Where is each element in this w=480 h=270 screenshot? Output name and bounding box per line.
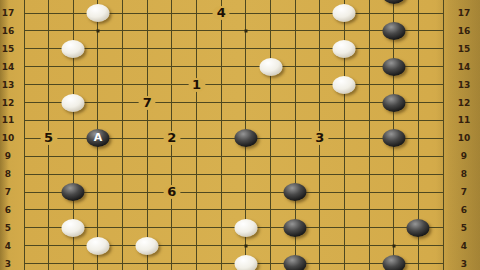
row-label-left: 11 bbox=[0, 115, 16, 125]
row-label-right: 4 bbox=[452, 241, 476, 251]
row-label-right: 17 bbox=[452, 8, 476, 18]
row-label-left: 7 bbox=[0, 187, 16, 197]
row-label-left: 10 bbox=[0, 133, 16, 143]
row-label-left: 6 bbox=[0, 205, 16, 215]
row-label-left: 14 bbox=[0, 62, 16, 72]
row-label-left: 12 bbox=[0, 98, 16, 108]
row-label-left: 17 bbox=[0, 8, 16, 18]
row-label-right: 13 bbox=[452, 80, 476, 90]
row-label-right: 3 bbox=[452, 259, 476, 269]
row-label-right: 7 bbox=[452, 187, 476, 197]
row-label-right: 14 bbox=[452, 62, 476, 72]
row-label-left: 13 bbox=[0, 80, 16, 90]
go-board[interactable]: 1234567A 1717161615151414131312121111101… bbox=[0, 0, 480, 270]
row-label-right: 6 bbox=[452, 205, 476, 215]
row-label-right: 8 bbox=[452, 169, 476, 179]
row-label-left: 5 bbox=[0, 223, 16, 233]
row-label-left: 3 bbox=[0, 259, 16, 269]
row-label-right: 10 bbox=[452, 133, 476, 143]
row-label-left: 9 bbox=[0, 151, 16, 161]
row-label-right: 11 bbox=[452, 115, 476, 125]
row-label-right: 16 bbox=[452, 26, 476, 36]
row-label-left: 4 bbox=[0, 241, 16, 251]
row-label-right: 15 bbox=[452, 44, 476, 54]
row-label-right: 5 bbox=[452, 223, 476, 233]
row-label-left: 8 bbox=[0, 169, 16, 179]
row-label-right: 9 bbox=[452, 151, 476, 161]
row-label-left: 16 bbox=[0, 26, 16, 36]
row-label-right: 12 bbox=[452, 98, 476, 108]
coordinate-layer: 1717161615151414131312121111101099887766… bbox=[0, 0, 480, 270]
row-label-left: 15 bbox=[0, 44, 16, 54]
